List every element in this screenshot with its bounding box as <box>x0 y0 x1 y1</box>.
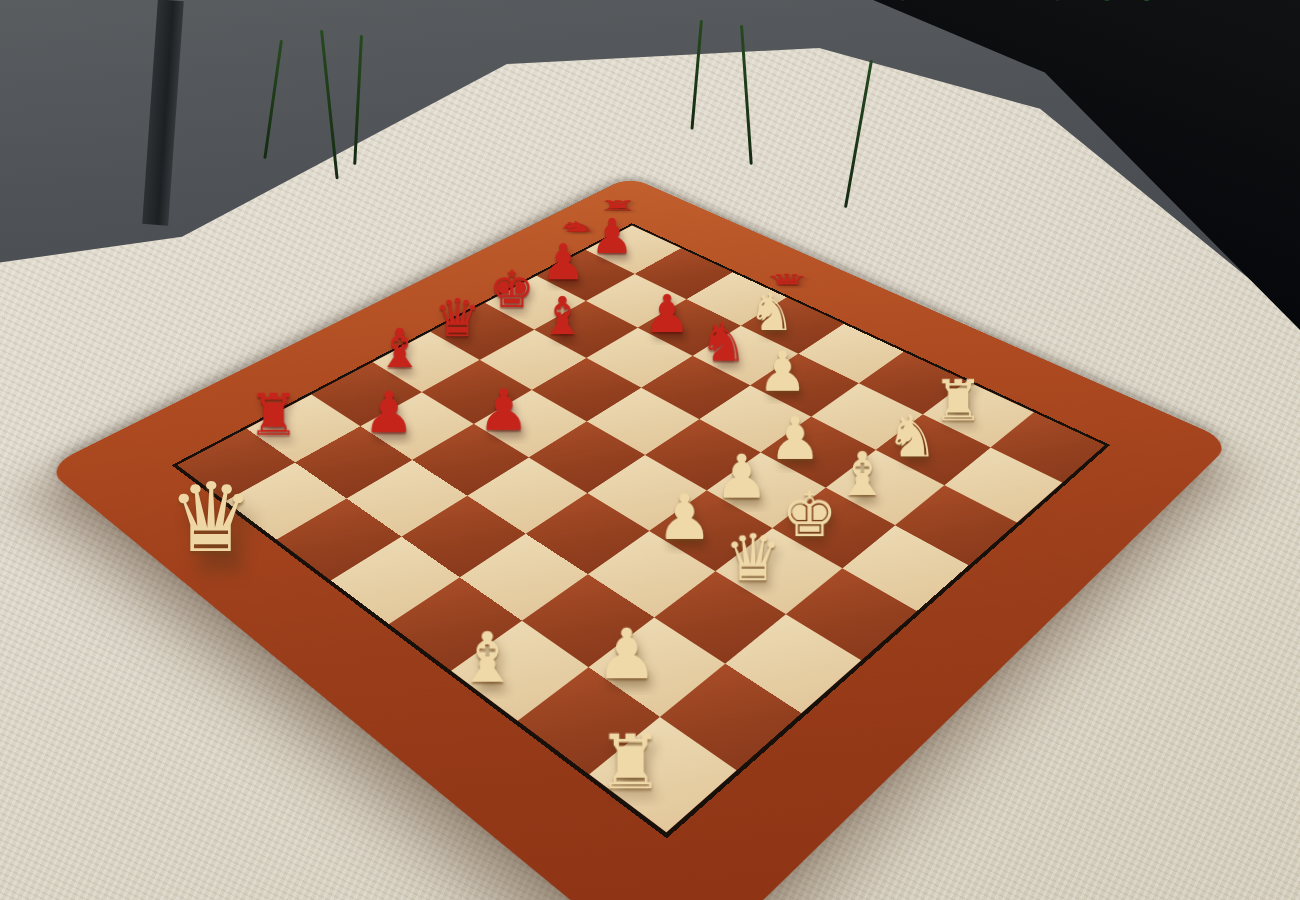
square-e6[interactable]: ♟ <box>474 390 587 458</box>
rook-icon: ♜ <box>597 199 638 213</box>
red-pawn-b8[interactable]: ♟ <box>541 237 586 287</box>
white-pawn-b4[interactable]: ♟ <box>758 344 808 399</box>
white-pawn-g2[interactable]: ♟ <box>596 619 658 689</box>
white-king-d2[interactable]: ♚ <box>781 483 837 545</box>
white-bishop-h3[interactable]: ♝ <box>456 623 519 693</box>
square-h1[interactable]: ♜ <box>589 717 736 832</box>
red-pawn-f7[interactable]: ♟ <box>363 384 414 441</box>
white-pawn-e3[interactable]: ♟ <box>657 486 713 549</box>
knight-icon: ♞ <box>555 220 598 234</box>
white-pawn-c3[interactable]: ♟ <box>769 409 822 468</box>
white-pawn-d3[interactable]: ♟ <box>715 446 769 507</box>
red-bishop-c7[interactable]: ♝ <box>539 290 586 342</box>
red-bishop-e8[interactable]: ♝ <box>376 321 424 375</box>
white-knight-a5[interactable]: ♞ <box>748 286 795 338</box>
queen-icon: ♛ <box>764 272 810 288</box>
white-bishop-c2[interactable]: ♝ <box>835 444 889 504</box>
white-rook-h1[interactable]: ♜ <box>597 725 664 800</box>
red-king-c8[interactable]: ♚ <box>489 264 535 315</box>
white-knight-b2[interactable]: ♞ <box>886 407 938 466</box>
photo-scene: { "game": "chess", "scene_description": … <box>0 0 1300 900</box>
square-g8[interactable]: ♜ <box>247 394 361 462</box>
red-rook-g8[interactable]: ♜ <box>248 386 299 443</box>
white-extra-queen-on-table[interactable]: ♛ <box>168 470 254 566</box>
white-rook-a2[interactable]: ♜ <box>933 372 984 429</box>
red-queen-d8[interactable]: ♛ <box>434 292 481 345</box>
red-pawn-e6[interactable]: ♟ <box>478 382 529 439</box>
red-knight-b5[interactable]: ♞ <box>699 315 747 369</box>
red-pawn-b6[interactable]: ♟ <box>644 288 691 340</box>
white-queen-e2[interactable]: ♛ <box>724 525 782 590</box>
